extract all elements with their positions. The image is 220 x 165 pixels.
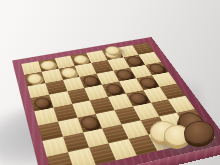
off-board-pieces [0,0,220,165]
photo-backdrop [0,0,220,165]
